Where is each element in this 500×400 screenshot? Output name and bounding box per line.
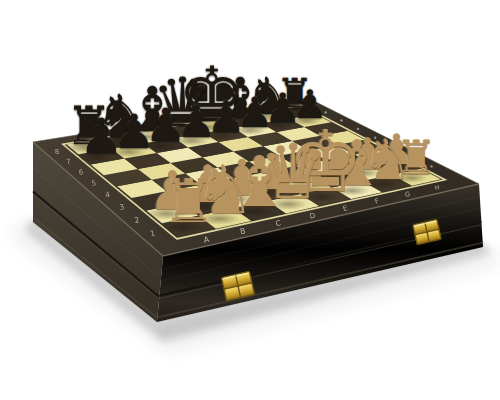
chess-set-photo: ABCDEFGH12345678 ♜♞♟♝♟♚♟♛♟♝♟♞♟♜♟♟♟♟♜♟♞♟♝… — [0, 0, 500, 400]
piece-black-pawn-a7[interactable]: ♟ — [79, 112, 123, 161]
piece-white-rook-a1[interactable]: ♜ — [162, 171, 216, 231]
pieces-layer: ♜♞♟♝♟♚♟♛♟♝♟♞♟♜♟♟♟♟♜♟♞♟♝♟♚♟♛♟♝♟♞♜ — [0, 0, 500, 400]
